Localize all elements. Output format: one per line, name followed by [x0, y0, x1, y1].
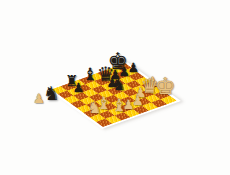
board-grid: ♜♝♚♟♛♟♟♟♟♞♟♞♝♟♛♝♟♟♚ — [52, 63, 177, 126]
chess-set-photo: ♜♝♚♟♛♟♟♟♟♞♟♞♝♟♛♝♟♟♚ ♟♞ — [0, 0, 230, 175]
chessboard: ♜♝♚♟♛♟♟♟♟♞♟♞♝♟♛♝♟♟♚ — [47, 61, 181, 129]
captured-black-knight: ♞ — [43, 84, 60, 103]
